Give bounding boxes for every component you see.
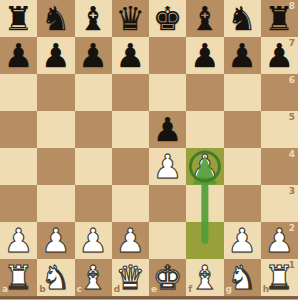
piece-white-pawn[interactable]: ♟︎ xyxy=(186,148,223,185)
piece-black-knight[interactable]: ♞ xyxy=(224,0,261,37)
piece-white-pawn[interactable]: ♟︎ xyxy=(149,148,186,185)
piece-white-pawn[interactable]: ♟︎ xyxy=(112,222,149,259)
square-h4[interactable]: 4 xyxy=(261,148,298,185)
square-g1[interactable]: ♞g xyxy=(224,259,261,296)
square-d8[interactable]: ♛ xyxy=(112,0,149,37)
square-a8[interactable]: ♜ xyxy=(0,0,37,37)
square-b4[interactable] xyxy=(37,148,74,185)
square-a5[interactable] xyxy=(0,111,37,148)
piece-black-rook[interactable]: ♜ xyxy=(0,0,37,37)
piece-black-queen[interactable]: ♛ xyxy=(112,0,149,37)
coordinate-file-label: h xyxy=(263,285,269,294)
square-e8[interactable]: ♚ xyxy=(149,0,186,37)
square-d6[interactable] xyxy=(112,74,149,111)
chess-board-widget: ♜♞♝♛♚♝♞♜8♟︎♟︎♟︎♟︎♟︎♟︎♟︎76♟︎5♟︎♟︎43♟︎♟︎♟︎… xyxy=(0,0,298,300)
square-d4[interactable] xyxy=(112,148,149,185)
square-g3[interactable] xyxy=(224,185,261,222)
square-a1[interactable]: ♜a xyxy=(0,259,37,296)
square-f6[interactable] xyxy=(186,74,223,111)
coordinate-file-label: c xyxy=(77,285,82,294)
piece-black-pawn[interactable]: ♟︎ xyxy=(186,37,223,74)
coordinate-rank-label: 5 xyxy=(289,113,295,122)
square-h7[interactable]: ♟︎7 xyxy=(261,37,298,74)
square-g2[interactable]: ♟︎ xyxy=(224,222,261,259)
piece-white-pawn[interactable]: ♟︎ xyxy=(37,222,74,259)
square-c1[interactable]: ♝c xyxy=(75,259,112,296)
square-b5[interactable] xyxy=(37,111,74,148)
square-g4[interactable] xyxy=(224,148,261,185)
square-g6[interactable] xyxy=(224,74,261,111)
square-e7[interactable] xyxy=(149,37,186,74)
coordinate-rank-label: 6 xyxy=(289,76,295,85)
square-h6[interactable]: 6 xyxy=(261,74,298,111)
square-h3[interactable]: 3 xyxy=(261,185,298,222)
piece-white-pawn[interactable]: ♟︎ xyxy=(0,222,37,259)
coordinate-rank-label: 7 xyxy=(289,39,295,48)
board-bottom-edge xyxy=(0,296,298,300)
square-d5[interactable] xyxy=(112,111,149,148)
square-b3[interactable] xyxy=(37,185,74,222)
piece-black-pawn[interactable]: ♟︎ xyxy=(75,37,112,74)
coordinate-file-label: a xyxy=(2,285,8,294)
square-b2[interactable]: ♟︎ xyxy=(37,222,74,259)
square-d1[interactable]: ♛d xyxy=(112,259,149,296)
square-b7[interactable]: ♟︎ xyxy=(37,37,74,74)
piece-black-pawn[interactable]: ♟︎ xyxy=(112,37,149,74)
coordinate-file-label: g xyxy=(226,285,232,294)
piece-black-pawn[interactable]: ♟︎ xyxy=(149,111,186,148)
square-e2[interactable] xyxy=(149,222,186,259)
square-c5[interactable] xyxy=(75,111,112,148)
coordinate-rank-label: 3 xyxy=(289,187,295,196)
square-f8[interactable]: ♝ xyxy=(186,0,223,37)
piece-black-knight[interactable]: ♞ xyxy=(37,0,74,37)
coordinate-rank-label: 1 xyxy=(289,261,295,270)
square-e3[interactable] xyxy=(149,185,186,222)
piece-black-pawn[interactable]: ♟︎ xyxy=(224,37,261,74)
piece-black-bishop[interactable]: ♝ xyxy=(186,0,223,37)
square-e4[interactable]: ♟︎ xyxy=(149,148,186,185)
square-c3[interactable] xyxy=(75,185,112,222)
coordinate-file-label: d xyxy=(114,285,120,294)
square-b8[interactable]: ♞ xyxy=(37,0,74,37)
piece-black-pawn[interactable]: ♟︎ xyxy=(0,37,37,74)
square-h5[interactable]: 5 xyxy=(261,111,298,148)
coordinate-file-label: f xyxy=(188,285,192,294)
coordinate-file-label: b xyxy=(39,285,45,294)
square-c7[interactable]: ♟︎ xyxy=(75,37,112,74)
square-h8[interactable]: ♜8 xyxy=(261,0,298,37)
square-g8[interactable]: ♞ xyxy=(224,0,261,37)
coordinate-rank-label: 8 xyxy=(289,2,295,11)
square-c2[interactable]: ♟︎ xyxy=(75,222,112,259)
square-e6[interactable] xyxy=(149,74,186,111)
chess-board: ♜♞♝♛♚♝♞♜8♟︎♟︎♟︎♟︎♟︎♟︎♟︎76♟︎5♟︎♟︎43♟︎♟︎♟︎… xyxy=(0,0,298,296)
piece-black-pawn[interactable]: ♟︎ xyxy=(37,37,74,74)
square-b1[interactable]: ♞b xyxy=(37,259,74,296)
square-d3[interactable] xyxy=(112,185,149,222)
square-b6[interactable] xyxy=(37,74,74,111)
coordinate-file-label: e xyxy=(151,285,157,294)
piece-white-pawn[interactable]: ♟︎ xyxy=(75,222,112,259)
square-f3[interactable] xyxy=(186,185,223,222)
square-a7[interactable]: ♟︎ xyxy=(0,37,37,74)
square-a4[interactable] xyxy=(0,148,37,185)
square-e5[interactable]: ♟︎ xyxy=(149,111,186,148)
square-g7[interactable]: ♟︎ xyxy=(224,37,261,74)
square-f1[interactable]: ♝f xyxy=(186,259,223,296)
square-d2[interactable]: ♟︎ xyxy=(112,222,149,259)
piece-black-king[interactable]: ♚ xyxy=(149,0,186,37)
square-e1[interactable]: ♚e xyxy=(149,259,186,296)
square-c4[interactable] xyxy=(75,148,112,185)
square-f7[interactable]: ♟︎ xyxy=(186,37,223,74)
square-c8[interactable]: ♝ xyxy=(75,0,112,37)
coordinate-rank-label: 2 xyxy=(289,224,295,233)
piece-black-bishop[interactable]: ♝ xyxy=(75,0,112,37)
square-g5[interactable] xyxy=(224,111,261,148)
square-f2[interactable] xyxy=(186,222,223,259)
square-c6[interactable] xyxy=(75,74,112,111)
square-f4[interactable]: ♟︎ xyxy=(186,148,223,185)
square-d7[interactable]: ♟︎ xyxy=(112,37,149,74)
square-h2[interactable]: ♟︎2 xyxy=(261,222,298,259)
square-a3[interactable] xyxy=(0,185,37,222)
square-f5[interactable] xyxy=(186,111,223,148)
square-a6[interactable] xyxy=(0,74,37,111)
coordinate-rank-label: 4 xyxy=(289,150,295,159)
piece-white-pawn[interactable]: ♟︎ xyxy=(224,222,261,259)
square-a2[interactable]: ♟︎ xyxy=(0,222,37,259)
square-h1[interactable]: ♜1h xyxy=(261,259,298,296)
